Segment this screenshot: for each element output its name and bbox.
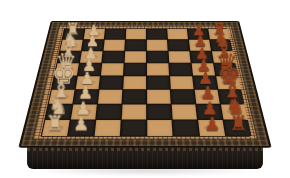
square-f7: ♟ — [195, 90, 220, 104]
square-f5 — [147, 90, 171, 104]
square-a5 — [147, 29, 167, 39]
square-g2: ♟ — [71, 104, 97, 119]
square-a6 — [167, 29, 188, 39]
piece-shadow — [80, 80, 96, 86]
piece-shadow — [47, 124, 66, 131]
square-c1: ♝ — [58, 51, 81, 63]
square-b3 — [104, 40, 125, 51]
square-g8: ♞ — [221, 104, 248, 119]
piece-shadow — [73, 124, 91, 131]
piece-shadow — [225, 109, 243, 116]
square-e4 — [123, 76, 146, 89]
piece-shadow — [66, 32, 81, 37]
square-a4 — [126, 29, 146, 39]
square-h4 — [121, 120, 146, 136]
piece-shadow — [202, 124, 220, 131]
square-h3 — [95, 120, 121, 136]
chess-board-scene: ♜♟♟♜♞♟♟♞♝♟♟♝♛♟♟♛♚♟♟♚♝♟♟♝♞♟♟♞♜♟♟♜ — [37, 0, 253, 178]
square-a2: ♟ — [84, 29, 105, 39]
square-a3 — [105, 29, 126, 39]
square-b2: ♟ — [82, 40, 104, 51]
square-g1: ♞ — [45, 104, 72, 119]
piece-shadow — [197, 80, 213, 86]
square-f3 — [98, 90, 122, 104]
square-e3 — [100, 76, 123, 89]
piece-shadow — [75, 109, 93, 116]
square-h5 — [147, 120, 172, 136]
piece-shadow — [192, 43, 207, 48]
square-a1: ♜ — [63, 29, 85, 39]
piece-shadow — [228, 124, 247, 131]
square-g3 — [96, 104, 121, 119]
square-e8: ♚ — [216, 76, 241, 89]
square-b7: ♟ — [189, 40, 211, 51]
square-e5 — [147, 76, 170, 89]
square-g5 — [147, 104, 171, 119]
piece-shadow — [220, 80, 237, 86]
square-b6 — [168, 40, 189, 51]
piece-shadow — [50, 109, 68, 116]
square-d7: ♟ — [192, 63, 215, 75]
square-b1: ♞ — [60, 40, 82, 51]
piece-shadow — [214, 43, 229, 48]
square-f6 — [171, 90, 195, 104]
piece-shadow — [194, 54, 209, 59]
square-f2: ♟ — [73, 90, 98, 104]
square-g4 — [122, 104, 146, 119]
piece-shadow — [87, 32, 102, 37]
square-g6 — [172, 104, 197, 119]
square-d4 — [124, 63, 146, 75]
square-e1: ♚ — [52, 76, 77, 89]
piece-shadow — [216, 54, 232, 59]
piece-shadow — [53, 94, 70, 100]
square-a8: ♜ — [208, 29, 230, 39]
piece-shadow — [199, 94, 216, 100]
square-f4 — [123, 90, 147, 104]
chess-board: ♜♟♟♜♞♟♟♞♝♟♟♝♛♟♟♛♚♟♟♚♝♟♟♝♞♟♟♞♜♟♟♜ — [41, 29, 250, 137]
square-h6 — [173, 120, 199, 136]
square-e2: ♟ — [76, 76, 100, 89]
piece-shadow — [56, 80, 73, 86]
square-f8: ♝ — [219, 90, 245, 104]
piece-shadow — [191, 32, 206, 37]
square-a7: ♟ — [188, 29, 209, 39]
piece-shadow — [218, 67, 234, 72]
square-g7: ♟ — [196, 104, 222, 119]
square-c3 — [102, 51, 124, 63]
square-d8: ♛ — [214, 63, 238, 75]
piece-shadow — [59, 67, 75, 72]
square-c8: ♝ — [212, 51, 235, 63]
piece-shadow — [64, 43, 79, 48]
square-e6 — [170, 76, 194, 89]
square-h1: ♜ — [42, 120, 70, 136]
piece-shadow — [84, 54, 99, 59]
square-b5 — [147, 40, 168, 51]
board-border-band: ♜♟♟♜♞♟♟♞♝♟♟♝♛♟♟♛♚♟♟♚♝♟♟♝♞♟♟♞♜♟♟♜ — [33, 26, 257, 139]
square-b4 — [125, 40, 146, 51]
square-c5 — [147, 51, 168, 63]
square-d2: ♟ — [78, 63, 101, 75]
piece-shadow — [195, 67, 211, 72]
piece-shadow — [223, 94, 240, 100]
square-e7: ♟ — [193, 76, 217, 89]
square-h7: ♟ — [198, 120, 225, 136]
product-photo: ♜♟♟♜♞♟♟♞♝♟♟♝♛♟♟♛♚♟♟♚♝♟♟♝♞♟♟♞♜♟♟♜ — [0, 0, 290, 178]
square-h8: ♜ — [224, 120, 252, 136]
piece-shadow — [212, 32, 227, 37]
piece-shadow — [62, 54, 78, 59]
square-b8: ♞ — [210, 40, 233, 51]
board-frame: ♜♟♟♜♞♟♟♞♝♟♟♝♛♟♟♛♚♟♟♚♝♟♟♝♞♟♟♞♜♟♟♜ — [18, 21, 271, 148]
piece-shadow — [200, 109, 218, 116]
piece-shadow — [82, 67, 98, 72]
board-tilt: ♜♟♟♜♞♟♟♞♝♟♟♝♛♟♟♛♚♟♟♚♝♟♟♝♞♟♟♞♜♟♟♜ — [18, 21, 271, 148]
square-f1: ♝ — [49, 90, 75, 104]
square-h2: ♟ — [68, 120, 95, 136]
square-c2: ♟ — [80, 51, 103, 63]
square-c7: ♟ — [190, 51, 213, 63]
piece-shadow — [78, 94, 95, 100]
piece-shadow — [85, 43, 100, 48]
square-c6 — [169, 51, 191, 63]
square-d6 — [169, 63, 192, 75]
square-c4 — [125, 51, 146, 63]
square-d5 — [147, 63, 169, 75]
square-d1: ♛ — [55, 63, 79, 75]
square-d3 — [101, 63, 124, 75]
